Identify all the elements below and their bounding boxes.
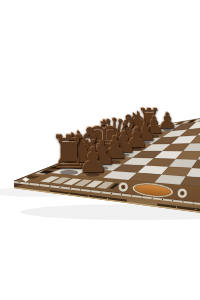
side-face-bead-dot bbox=[39, 184, 40, 185]
piece-base-shadow bbox=[163, 129, 172, 131]
side-face-bead-dot bbox=[100, 192, 101, 193]
piece-base-shadow bbox=[131, 148, 142, 151]
side-face-bead-dot bbox=[29, 183, 30, 184]
side-face-bead-dot bbox=[121, 194, 122, 195]
side-face-bead-dot bbox=[19, 182, 20, 183]
side-face-bead-dot bbox=[90, 190, 91, 191]
piece-base-shadow bbox=[71, 164, 88, 169]
side-face-bead-dot bbox=[141, 196, 142, 197]
side-face-bead-dot bbox=[49, 186, 50, 187]
side-face-bead-dot bbox=[80, 189, 81, 190]
piece-base-shadow bbox=[95, 153, 112, 158]
piece-base-shadow bbox=[95, 166, 108, 170]
piece-base-shadow bbox=[122, 141, 135, 145]
side-face-bead-dot bbox=[59, 187, 60, 188]
side-face-inlay-dot bbox=[68, 193, 69, 194]
piece-base-shadow bbox=[150, 135, 159, 138]
piece-base-shadow bbox=[140, 141, 150, 144]
side-face-bead-dot bbox=[193, 202, 194, 203]
piece-base-shadow bbox=[109, 160, 121, 163]
side-face-bead-dot bbox=[162, 199, 163, 200]
side-face-inlay-dot bbox=[107, 198, 108, 199]
near-rail-rosette-dot bbox=[122, 186, 124, 188]
piece-base-shadow bbox=[143, 130, 155, 133]
piece-base-shadow bbox=[107, 147, 122, 151]
side-face-inlay-dot bbox=[176, 207, 177, 208]
chess-set-product-photo: ♜♟♞♟♝♟♛♟♚♟♝♟♞♟♜♟ bbox=[0, 0, 200, 300]
side-face-bead-dot bbox=[182, 201, 183, 202]
side-face-bead-dot bbox=[70, 188, 71, 189]
side-face-bead-dot bbox=[131, 195, 132, 196]
near-rail-rosette-dot bbox=[181, 192, 183, 194]
piece-base-shadow bbox=[82, 159, 98, 163]
piece-base-shadow bbox=[86, 173, 100, 177]
piece-base-shadow bbox=[132, 136, 144, 139]
chess-board bbox=[0, 0, 200, 300]
side-face-bead-dot bbox=[172, 200, 173, 201]
side-face-bead-dot bbox=[111, 193, 112, 194]
piece-base-shadow bbox=[118, 154, 130, 157]
side-face-inlay-dot bbox=[195, 209, 196, 210]
piece-base-shadow bbox=[60, 170, 78, 175]
side-face-inlay-dot bbox=[88, 196, 89, 197]
side-face-bead-dot bbox=[152, 198, 153, 199]
